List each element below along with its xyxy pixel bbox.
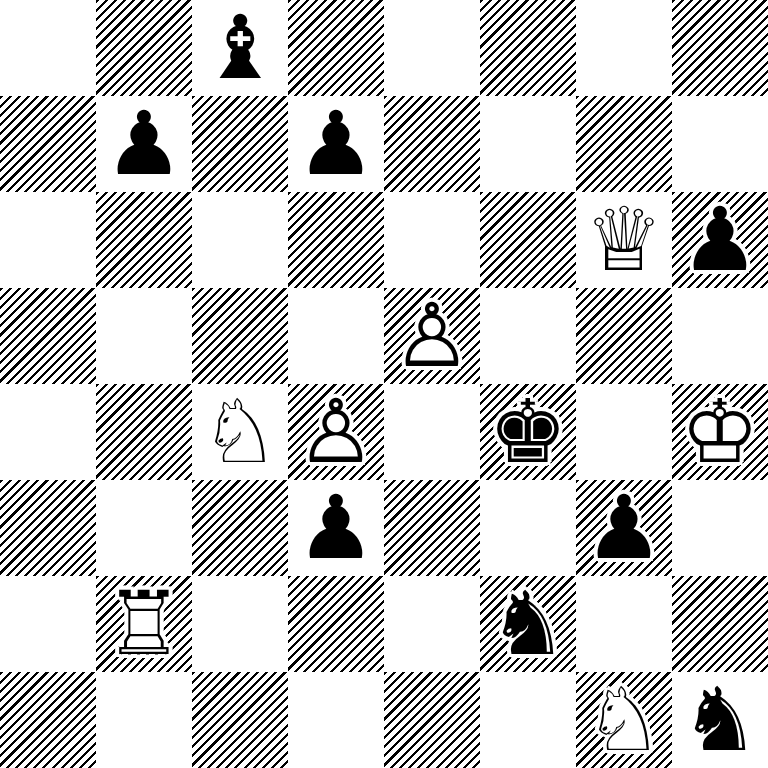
square-a8[interactable] (0, 0, 96, 96)
square-d7[interactable]: ♟♟ (288, 96, 384, 192)
white-pawn-glyph: ♙ (288, 384, 384, 480)
white-pawn-glyph: ♙ (384, 288, 480, 384)
square-e3[interactable] (384, 480, 480, 576)
piece-black-pawn[interactable]: ♟♟ (288, 96, 384, 192)
square-f8[interactable] (480, 0, 576, 96)
square-e4[interactable] (384, 384, 480, 480)
piece-white-rook[interactable]: ♜♖ (96, 576, 192, 672)
square-c5[interactable] (192, 288, 288, 384)
square-c3[interactable] (192, 480, 288, 576)
square-h5[interactable] (672, 288, 768, 384)
piece-black-pawn[interactable]: ♟♟ (288, 480, 384, 576)
square-g4[interactable] (576, 384, 672, 480)
square-a5[interactable] (0, 288, 96, 384)
black-pawn-glyph: ♟ (288, 96, 384, 192)
piece-white-queen[interactable]: ♛♕ (576, 192, 672, 288)
square-f4[interactable]: ♚♚ (480, 384, 576, 480)
square-h3[interactable] (672, 480, 768, 576)
square-g3[interactable]: ♟♟ (576, 480, 672, 576)
square-d5[interactable] (288, 288, 384, 384)
black-knight-glyph: ♞ (672, 672, 768, 768)
black-bishop-glyph: ♝ (192, 0, 288, 96)
piece-white-pawn[interactable]: ♟♙ (288, 384, 384, 480)
square-g5[interactable] (576, 288, 672, 384)
chessboard: ♝♝♟♟♟♟♛♕♟♟♟♙♞♘♟♙♚♚♚♔♟♟♟♟♜♖♞♞♞♘♞♞ (0, 0, 768, 768)
white-rook-glyph: ♖ (96, 576, 192, 672)
square-f7[interactable] (480, 96, 576, 192)
square-h2[interactable] (672, 576, 768, 672)
square-h8[interactable] (672, 0, 768, 96)
square-f2[interactable]: ♞♞ (480, 576, 576, 672)
chessboard-diagram: ♝♝♟♟♟♟♛♕♟♟♟♙♞♘♟♙♚♚♚♔♟♟♟♟♜♖♞♞♞♘♞♞ (0, 0, 768, 768)
black-pawn-glyph: ♟ (576, 480, 672, 576)
square-c6[interactable] (192, 192, 288, 288)
square-d4[interactable]: ♟♙ (288, 384, 384, 480)
square-a4[interactable] (0, 384, 96, 480)
square-d6[interactable] (288, 192, 384, 288)
piece-black-knight[interactable]: ♞♞ (672, 672, 768, 768)
white-knight-glyph: ♘ (192, 384, 288, 480)
square-e8[interactable] (384, 0, 480, 96)
square-d3[interactable]: ♟♟ (288, 480, 384, 576)
square-a1[interactable] (0, 672, 96, 768)
piece-black-pawn[interactable]: ♟♟ (672, 192, 768, 288)
white-king-glyph: ♔ (672, 384, 768, 480)
black-pawn-glyph: ♟ (96, 96, 192, 192)
piece-black-bishop[interactable]: ♝♝ (192, 0, 288, 96)
square-d1[interactable] (288, 672, 384, 768)
square-c7[interactable] (192, 96, 288, 192)
piece-white-king[interactable]: ♚♔ (672, 384, 768, 480)
square-c1[interactable] (192, 672, 288, 768)
square-a2[interactable] (0, 576, 96, 672)
square-b1[interactable] (96, 672, 192, 768)
square-b7[interactable]: ♟♟ (96, 96, 192, 192)
square-f1[interactable] (480, 672, 576, 768)
square-b5[interactable] (96, 288, 192, 384)
square-g7[interactable] (576, 96, 672, 192)
square-b3[interactable] (96, 480, 192, 576)
square-d2[interactable] (288, 576, 384, 672)
black-knight-glyph: ♞ (480, 576, 576, 672)
square-c2[interactable] (192, 576, 288, 672)
piece-white-knight[interactable]: ♞♘ (576, 672, 672, 768)
square-f3[interactable] (480, 480, 576, 576)
square-h6[interactable]: ♟♟ (672, 192, 768, 288)
square-e2[interactable] (384, 576, 480, 672)
white-queen-glyph: ♕ (576, 192, 672, 288)
square-a6[interactable] (0, 192, 96, 288)
square-a7[interactable] (0, 96, 96, 192)
square-c8[interactable]: ♝♝ (192, 0, 288, 96)
square-b6[interactable] (96, 192, 192, 288)
piece-black-king[interactable]: ♚♚ (480, 384, 576, 480)
square-b8[interactable] (96, 0, 192, 96)
piece-black-knight[interactable]: ♞♞ (480, 576, 576, 672)
piece-white-knight[interactable]: ♞♘ (192, 384, 288, 480)
square-g6[interactable]: ♛♕ (576, 192, 672, 288)
square-g2[interactable] (576, 576, 672, 672)
square-e5[interactable]: ♟♙ (384, 288, 480, 384)
square-e1[interactable] (384, 672, 480, 768)
square-g1[interactable]: ♞♘ (576, 672, 672, 768)
white-knight-glyph: ♘ (576, 672, 672, 768)
square-g8[interactable] (576, 0, 672, 96)
square-f6[interactable] (480, 192, 576, 288)
black-pawn-glyph: ♟ (288, 480, 384, 576)
square-h1[interactable]: ♞♞ (672, 672, 768, 768)
square-b4[interactable] (96, 384, 192, 480)
square-d8[interactable] (288, 0, 384, 96)
piece-black-pawn[interactable]: ♟♟ (96, 96, 192, 192)
square-h4[interactable]: ♚♔ (672, 384, 768, 480)
square-a3[interactable] (0, 480, 96, 576)
square-e7[interactable] (384, 96, 480, 192)
black-king-glyph: ♚ (480, 384, 576, 480)
square-b2[interactable]: ♜♖ (96, 576, 192, 672)
black-pawn-glyph: ♟ (672, 192, 768, 288)
square-c4[interactable]: ♞♘ (192, 384, 288, 480)
square-h7[interactable] (672, 96, 768, 192)
piece-white-pawn[interactable]: ♟♙ (384, 288, 480, 384)
square-f5[interactable] (480, 288, 576, 384)
square-e6[interactable] (384, 192, 480, 288)
piece-black-pawn[interactable]: ♟♟ (576, 480, 672, 576)
